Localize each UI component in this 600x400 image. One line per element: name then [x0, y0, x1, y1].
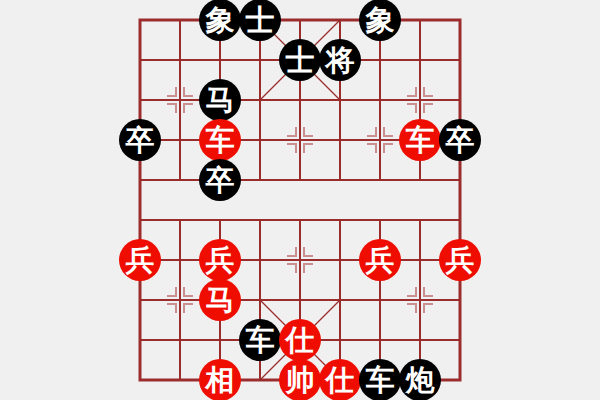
- piece-black-soldier[interactable]: 卒: [199, 159, 241, 201]
- piece-red-horse[interactable]: 马: [199, 279, 241, 321]
- piece-black-cannon[interactable]: 炮: [399, 359, 441, 400]
- piece-black-soldier[interactable]: 卒: [119, 119, 161, 161]
- piece-red-chariot[interactable]: 车: [199, 119, 241, 161]
- piece-black-elephant[interactable]: 象: [359, 0, 401, 41]
- piece-black-elephant[interactable]: 象: [199, 0, 241, 41]
- piece-black-general[interactable]: 将: [319, 39, 361, 81]
- piece-red-advisor[interactable]: 仕: [279, 319, 321, 361]
- piece-black-advisor[interactable]: 士: [279, 39, 321, 81]
- piece-red-general[interactable]: 帅: [279, 359, 321, 400]
- xiangqi-board[interactable]: 象士象士将马卒车车卒卒兵兵兵兵马车仕相帅仕车炮: [0, 0, 600, 400]
- piece-red-soldier[interactable]: 兵: [359, 239, 401, 281]
- piece-red-soldier[interactable]: 兵: [119, 239, 161, 281]
- piece-black-advisor[interactable]: 士: [239, 0, 281, 41]
- xiangqi-game-screen: 象士象士将马卒车车卒卒兵兵兵兵马车仕相帅仕车炮: [0, 0, 600, 400]
- piece-black-soldier[interactable]: 卒: [439, 119, 481, 161]
- piece-red-chariot[interactable]: 车: [399, 119, 441, 161]
- piece-red-advisor[interactable]: 仕: [319, 359, 361, 400]
- piece-red-soldier[interactable]: 兵: [439, 239, 481, 281]
- piece-black-horse[interactable]: 马: [199, 79, 241, 121]
- piece-red-elephant[interactable]: 相: [199, 359, 241, 400]
- piece-black-chariot[interactable]: 车: [359, 359, 401, 400]
- piece-black-chariot[interactable]: 车: [239, 319, 281, 361]
- piece-red-soldier[interactable]: 兵: [199, 239, 241, 281]
